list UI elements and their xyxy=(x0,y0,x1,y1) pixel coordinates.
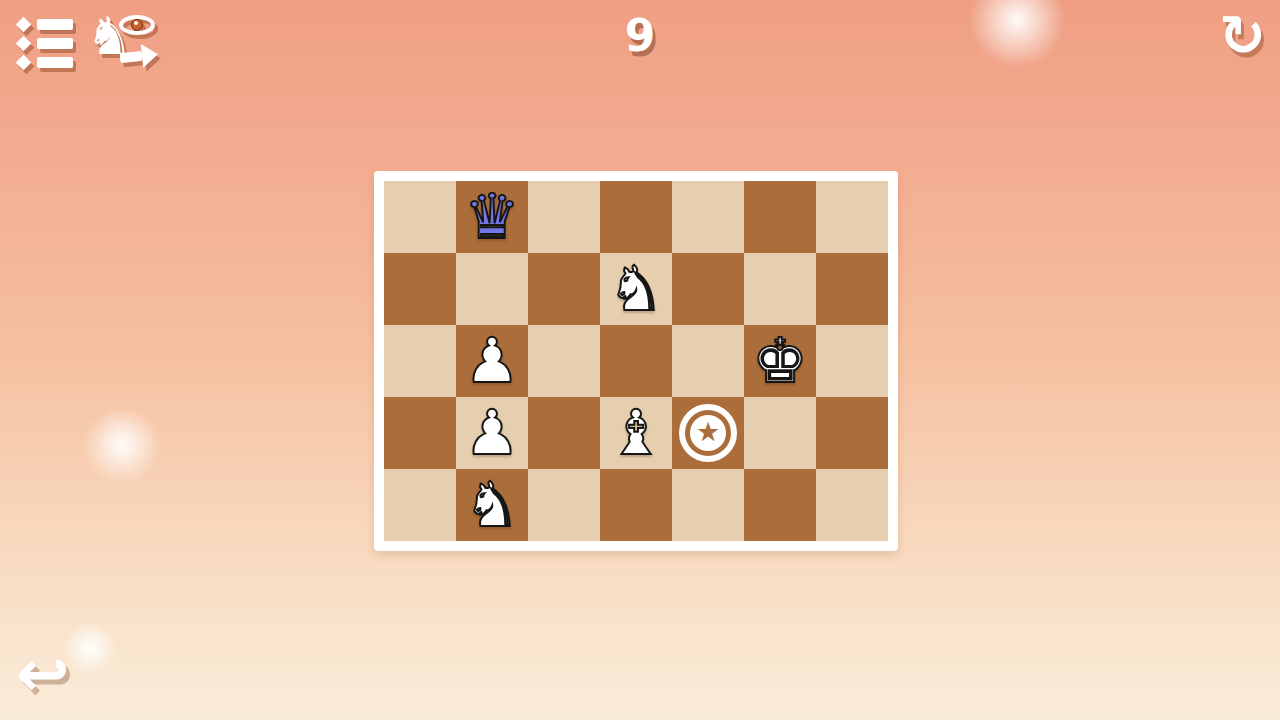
square-r1c6[interactable] xyxy=(744,181,816,253)
hint-button[interactable]: ♞ xyxy=(86,10,164,70)
square-r1c2[interactable]: ♛ xyxy=(456,181,528,253)
square-r3c6[interactable]: ♚ xyxy=(744,325,816,397)
square-r3c4[interactable] xyxy=(600,325,672,397)
square-r5c3[interactable] xyxy=(528,469,600,541)
square-r3c1[interactable] xyxy=(384,325,456,397)
square-r1c1[interactable] xyxy=(384,181,456,253)
list-bar-icon xyxy=(37,38,73,49)
list-bar-icon xyxy=(37,19,73,30)
square-r2c1[interactable] xyxy=(384,253,456,325)
square-r4c7[interactable] xyxy=(816,397,888,469)
diamond-bullet-icon xyxy=(16,54,32,70)
level-number: 9 xyxy=(625,10,656,61)
star-icon: ★ xyxy=(696,417,720,447)
glow-particle xyxy=(82,405,162,485)
square-r3c3[interactable] xyxy=(528,325,600,397)
diamond-bullet-icon xyxy=(16,35,32,51)
white-knight[interactable]: ♞ xyxy=(464,470,520,540)
white-king[interactable]: ♚ xyxy=(752,326,808,396)
square-r5c2[interactable]: ♞ xyxy=(456,469,528,541)
square-r5c4[interactable] xyxy=(600,469,672,541)
chess-board: ♛♞♟♚♟♝★♞ xyxy=(374,171,898,551)
list-icon-row xyxy=(18,18,74,30)
white-knight[interactable]: ♞ xyxy=(608,254,664,324)
levels-list-button[interactable] xyxy=(18,18,74,68)
square-r3c2[interactable]: ♟ xyxy=(456,325,528,397)
white-pawn[interactable]: ♟ xyxy=(464,326,520,396)
arrow-right-icon xyxy=(119,42,163,70)
square-r5c7[interactable] xyxy=(816,469,888,541)
square-r1c7[interactable] xyxy=(816,181,888,253)
square-r2c5[interactable] xyxy=(672,253,744,325)
square-r4c6[interactable] xyxy=(744,397,816,469)
square-r4c5[interactable]: ★ xyxy=(672,397,744,469)
square-r3c7[interactable] xyxy=(816,325,888,397)
list-bar-icon xyxy=(37,57,73,68)
square-r1c3[interactable] xyxy=(528,181,600,253)
target-star-marker: ★ xyxy=(679,404,737,462)
black-queen[interactable]: ♛ xyxy=(464,182,520,252)
white-bishop[interactable]: ♝ xyxy=(608,398,664,468)
glow-particle xyxy=(967,0,1067,70)
square-r4c2[interactable]: ♟ xyxy=(456,397,528,469)
square-r2c7[interactable] xyxy=(816,253,888,325)
square-r5c6[interactable] xyxy=(744,469,816,541)
restart-button[interactable]: ↻ xyxy=(1219,4,1266,68)
glow-particle xyxy=(62,620,118,676)
diamond-bullet-icon xyxy=(16,16,32,32)
square-r4c4[interactable]: ♝ xyxy=(600,397,672,469)
square-r1c4[interactable] xyxy=(600,181,672,253)
square-r3c5[interactable] xyxy=(672,325,744,397)
square-r2c6[interactable] xyxy=(744,253,816,325)
square-r1c5[interactable] xyxy=(672,181,744,253)
eye-icon xyxy=(119,15,155,35)
white-pawn[interactable]: ♟ xyxy=(464,398,520,468)
eye-pupil xyxy=(131,19,143,31)
square-r2c4[interactable]: ♞ xyxy=(600,253,672,325)
square-r2c3[interactable] xyxy=(528,253,600,325)
list-icon-row xyxy=(18,37,74,49)
square-r2c2[interactable] xyxy=(456,253,528,325)
board-grid: ♛♞♟♚♟♝★♞ xyxy=(384,181,888,541)
square-r5c5[interactable] xyxy=(672,469,744,541)
square-r4c3[interactable] xyxy=(528,397,600,469)
square-r5c1[interactable] xyxy=(384,469,456,541)
square-r4c1[interactable] xyxy=(384,397,456,469)
target-star-disc: ★ xyxy=(690,415,726,451)
list-icon-row xyxy=(18,56,74,68)
undo-button[interactable]: ↩ xyxy=(16,642,70,706)
